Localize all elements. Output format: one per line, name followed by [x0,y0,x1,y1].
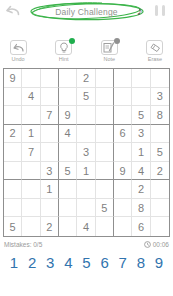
cell-r5c8[interactable]: 1 [132,143,150,162]
timer: 00:06 [144,241,169,248]
cell-r7c9[interactable] [151,180,169,199]
cell-r3c3[interactable]: 7 [41,106,59,125]
erase-label: Erase [148,56,162,62]
sudoku-app: Daily Challenge ♪ Undo [0,0,173,296]
undo-label: Undo [11,56,24,62]
cell-r6c9[interactable]: 2 [151,162,169,181]
page-title: Daily Challenge [28,1,146,22]
cell-r8c9[interactable] [151,199,169,218]
header: Daily Challenge ♪ [0,0,173,24]
cell-r9c7[interactable] [114,217,132,236]
cell-r1c7[interactable] [114,69,132,88]
cell-r1c3[interactable] [41,69,59,88]
cell-r2c7[interactable] [114,88,132,107]
cell-r3c2[interactable] [22,106,40,125]
cell-r2c4[interactable] [59,88,77,107]
cell-r1c5[interactable]: 2 [77,69,95,88]
note-badge [114,38,120,44]
numpad-2[interactable]: 2 [25,254,39,271]
cell-r6c3[interactable]: 3 [41,162,59,181]
numpad-1[interactable]: 1 [7,254,21,271]
cell-r3c8[interactable]: 5 [132,106,150,125]
cell-r8c5[interactable] [77,199,95,218]
cell-r4c6[interactable] [96,125,114,144]
cell-r2c6[interactable] [96,88,114,107]
clock-icon [144,241,151,248]
sudoku-grid: 92453795821463731535194212585246 [3,68,170,237]
numpad-4[interactable]: 4 [61,254,75,271]
cell-r9c8[interactable]: 6 [132,217,150,236]
cell-r3c6[interactable] [96,106,114,125]
cell-r8c2[interactable] [22,199,40,218]
cell-r2c1[interactable] [4,88,22,107]
cell-r6c4[interactable]: 5 [59,162,77,181]
cell-r4c9[interactable] [151,125,169,144]
cell-r4c5[interactable] [77,125,95,144]
cell-r7c6[interactable] [96,180,114,199]
undo-icon [10,40,27,55]
numpad-8[interactable]: 8 [134,254,148,271]
status-bar: Mistakes: 0/5 00:06 [4,239,169,249]
cell-r2c2[interactable]: 4 [22,88,40,107]
cell-r3c4[interactable]: 9 [59,106,77,125]
cell-r7c5[interactable] [77,180,95,199]
toolbar: Undo Hint Note [0,40,173,67]
cell-r9c1[interactable]: 5 [4,217,22,236]
cell-r1c9[interactable] [151,69,169,88]
cell-r5c2[interactable]: 7 [22,143,40,162]
cell-r5c5[interactable]: 3 [77,143,95,162]
cell-r9c5[interactable]: 4 [77,217,95,236]
note-button[interactable]: Note [96,40,122,67]
cell-r6c2[interactable] [22,162,40,181]
numpad-3[interactable]: 3 [43,254,57,271]
back-button[interactable] [4,3,20,18]
cell-r7c7[interactable] [114,180,132,199]
cell-r1c6[interactable] [96,69,114,88]
cell-r4c3[interactable] [41,125,59,144]
cell-r4c7[interactable]: 6 [114,125,132,144]
title-block: Daily Challenge [28,1,146,22]
cell-r4c2[interactable]: 1 [22,125,40,144]
cell-r7c3[interactable]: 1 [41,180,59,199]
hint-label: Hint [59,56,69,62]
eraser-icon [146,40,163,55]
cell-r9c3[interactable]: 2 [41,217,59,236]
hint-badge [69,38,75,44]
cell-r6c7[interactable]: 9 [114,162,132,181]
cell-r6c6[interactable] [96,162,114,181]
cell-r7c8[interactable]: 2 [132,180,150,199]
undo-button[interactable]: Undo [5,40,31,67]
pause-bar-right [162,5,165,16]
cell-r3c9[interactable]: 8 [151,106,169,125]
cell-r8c6[interactable]: 5 [96,199,114,218]
cell-r1c4[interactable] [59,69,77,88]
cell-r1c8[interactable] [132,69,150,88]
cell-r5c3[interactable] [41,143,59,162]
cell-r6c8[interactable]: 4 [132,162,150,181]
music-note-icon[interactable]: ♪ [133,4,146,18]
cell-r9c6[interactable] [96,217,114,236]
cell-r9c4[interactable] [59,217,77,236]
cell-r8c7[interactable] [114,199,132,218]
cell-r3c5[interactable] [77,106,95,125]
cell-r7c2[interactable] [22,180,40,199]
pause-button[interactable] [155,5,165,16]
pause-bar-left [155,5,158,16]
cell-r5c7[interactable] [114,143,132,162]
numpad-9[interactable]: 9 [152,254,166,271]
cell-r2c5[interactable]: 5 [77,88,95,107]
note-label: Note [104,56,116,62]
cell-r2c8[interactable] [132,88,150,107]
cell-r7c1[interactable] [4,180,22,199]
cell-r8c3[interactable] [41,199,59,218]
mistakes-counter: Mistakes: 0/5 [4,241,42,248]
cell-r9c9[interactable] [151,217,169,236]
cell-r6c5[interactable]: 1 [77,162,95,181]
cell-r4c8[interactable]: 3 [132,125,150,144]
cell-r3c7[interactable] [114,106,132,125]
numpad-7[interactable]: 7 [116,254,130,271]
cell-r6c1[interactable] [4,162,22,181]
cell-r7c4[interactable] [59,180,77,199]
cell-r1c2[interactable] [22,69,40,88]
erase-button[interactable]: Erase [142,40,168,67]
cell-r4c4[interactable]: 4 [59,125,77,144]
cell-r3c1[interactable] [4,106,22,125]
cell-r8c1[interactable] [4,199,22,218]
cell-r5c4[interactable] [59,143,77,162]
cell-r5c6[interactable] [96,143,114,162]
cell-r1c1[interactable]: 9 [4,69,22,88]
numpad-5[interactable]: 5 [80,254,94,271]
cell-r2c9[interactable]: 3 [151,88,169,107]
cell-r9c2[interactable] [22,217,40,236]
back-arrow-icon [4,3,20,18]
cell-r8c4[interactable] [59,199,77,218]
cell-r8c8[interactable]: 8 [132,199,150,218]
numpad-6[interactable]: 6 [98,254,112,271]
timer-value: 00:06 [153,241,169,248]
cell-r5c1[interactable] [4,143,22,162]
cell-r5c9[interactable]: 5 [151,143,169,162]
cell-r4c1[interactable]: 2 [4,125,22,144]
hint-button[interactable]: Hint [51,40,77,67]
numpad: 123456789 [3,251,170,273]
cell-r2c3[interactable] [41,88,59,107]
